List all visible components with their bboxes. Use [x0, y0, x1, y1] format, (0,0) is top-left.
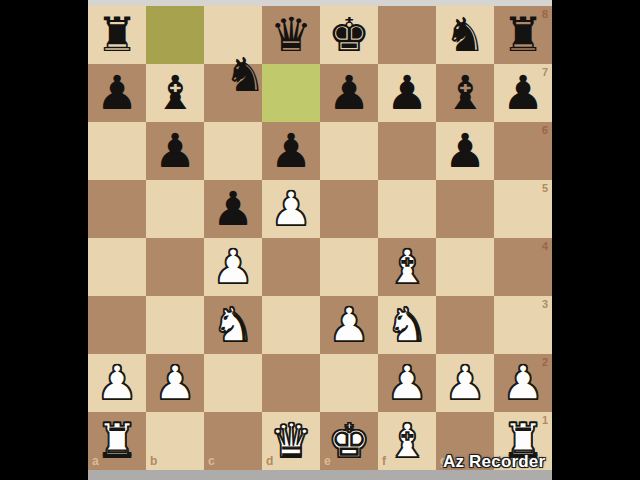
rank-label-5: 5 — [542, 183, 548, 194]
white-pawn[interactable]: ♟ — [212, 238, 254, 296]
square-h3[interactable]: 3 — [494, 296, 552, 354]
black-pawn[interactable]: ♟ — [212, 180, 254, 238]
square-g3[interactable] — [436, 296, 494, 354]
square-e5[interactable] — [320, 180, 378, 238]
white-pawn[interactable]: ♟ — [444, 354, 486, 412]
rank-label-4: 4 — [542, 241, 548, 252]
square-h5[interactable]: 5 — [494, 180, 552, 238]
file-label-f: f — [382, 456, 386, 467]
white-bishop[interactable]: ♝ — [386, 412, 428, 470]
square-a4[interactable] — [88, 238, 146, 296]
square-f7[interactable]: ♟ — [378, 64, 436, 122]
chess-board[interactable]: ♜♛♚♞8♜♟♝♟♟♝7♟♟♟♟6♟♟5♟♝4♞♟♞3♟♟♟♟2♟a♜bcd♛e… — [88, 6, 552, 470]
square-h6[interactable]: 6 — [494, 122, 552, 180]
square-f1[interactable]: f♝ — [378, 412, 436, 470]
square-e7[interactable]: ♟ — [320, 64, 378, 122]
file-label-e: e — [324, 456, 331, 467]
square-b5[interactable] — [146, 180, 204, 238]
square-f6[interactable] — [378, 122, 436, 180]
screen: ♜♛♚♞8♜♟♝♟♟♝7♟♟♟♟6♟♟5♟♝4♞♟♞3♟♟♟♟2♟a♜bcd♛e… — [0, 0, 640, 480]
square-e2[interactable] — [320, 354, 378, 412]
square-b3[interactable] — [146, 296, 204, 354]
black-pawn[interactable]: ♟ — [502, 64, 544, 122]
rank-label-2: 2 — [542, 357, 548, 368]
black-pawn[interactable]: ♟ — [154, 122, 196, 180]
square-b7[interactable]: ♝ — [146, 64, 204, 122]
black-knight[interactable]: ♞ — [444, 6, 486, 64]
square-a8[interactable]: ♜ — [88, 6, 146, 64]
square-g6[interactable]: ♟ — [436, 122, 494, 180]
square-e1[interactable]: e♚ — [320, 412, 378, 470]
square-a3[interactable] — [88, 296, 146, 354]
black-rook[interactable]: ♜ — [96, 6, 138, 64]
square-b4[interactable] — [146, 238, 204, 296]
white-knight[interactable]: ♞ — [386, 296, 428, 354]
square-g7[interactable]: ♝ — [436, 64, 494, 122]
square-b2[interactable]: ♟ — [146, 354, 204, 412]
rank-label-7: 7 — [542, 67, 548, 78]
white-knight[interactable]: ♞ — [212, 296, 254, 354]
rank-label-8: 8 — [542, 9, 548, 20]
file-label-c: c — [208, 456, 215, 467]
square-e8[interactable]: ♚ — [320, 6, 378, 64]
square-f2[interactable]: ♟ — [378, 354, 436, 412]
square-a2[interactable]: ♟ — [88, 354, 146, 412]
square-a1[interactable]: a♜ — [88, 412, 146, 470]
white-pawn[interactable]: ♟ — [270, 180, 312, 238]
rank-label-3: 3 — [542, 299, 548, 310]
white-pawn[interactable]: ♟ — [386, 354, 428, 412]
square-c6[interactable] — [204, 122, 262, 180]
square-g4[interactable] — [436, 238, 494, 296]
file-label-a: a — [92, 456, 99, 467]
square-f4[interactable]: ♝ — [378, 238, 436, 296]
file-label-b: b — [150, 456, 157, 467]
square-d4[interactable] — [262, 238, 320, 296]
white-pawn[interactable]: ♟ — [96, 354, 138, 412]
square-h4[interactable]: 4 — [494, 238, 552, 296]
square-a7[interactable]: ♟ — [88, 64, 146, 122]
black-pawn[interactable]: ♟ — [328, 64, 370, 122]
square-b1[interactable]: b — [146, 412, 204, 470]
square-f5[interactable] — [378, 180, 436, 238]
rank-label-1: 1 — [542, 415, 548, 426]
square-c1[interactable]: c — [204, 412, 262, 470]
black-rook[interactable]: ♜ — [502, 6, 544, 64]
white-pawn[interactable]: ♟ — [502, 354, 544, 412]
square-h2[interactable]: 2♟ — [494, 354, 552, 412]
square-b8[interactable] — [146, 6, 204, 64]
white-rook[interactable]: ♜ — [96, 412, 138, 470]
black-pawn[interactable]: ♟ — [96, 64, 138, 122]
square-f3[interactable]: ♞ — [378, 296, 436, 354]
square-d5[interactable]: ♟ — [262, 180, 320, 238]
white-queen[interactable]: ♛ — [270, 412, 312, 470]
square-f8[interactable] — [378, 6, 436, 64]
black-pawn[interactable]: ♟ — [386, 64, 428, 122]
square-g8[interactable]: ♞ — [436, 6, 494, 64]
square-d1[interactable]: d♛ — [262, 412, 320, 470]
square-d6[interactable]: ♟ — [262, 122, 320, 180]
square-c3[interactable]: ♞ — [204, 296, 262, 354]
black-queen[interactable]: ♛ — [270, 6, 312, 64]
black-knight: ♞ — [224, 46, 266, 104]
square-e4[interactable] — [320, 238, 378, 296]
square-c4[interactable]: ♟ — [204, 238, 262, 296]
white-pawn[interactable]: ♟ — [154, 354, 196, 412]
file-label-d: d — [266, 456, 273, 467]
recorder-watermark: Az Recorder — [443, 452, 545, 472]
animating-black-knight[interactable]: ♞ — [216, 46, 274, 104]
square-h7[interactable]: 7♟ — [494, 64, 552, 122]
square-a5[interactable] — [88, 180, 146, 238]
black-king[interactable]: ♚ — [328, 6, 370, 64]
square-b6[interactable]: ♟ — [146, 122, 204, 180]
square-e6[interactable] — [320, 122, 378, 180]
black-bishop[interactable]: ♝ — [154, 64, 196, 122]
rank-label-6: 6 — [542, 125, 548, 136]
black-pawn[interactable]: ♟ — [270, 122, 312, 180]
square-g2[interactable]: ♟ — [436, 354, 494, 412]
white-pawn[interactable]: ♟ — [328, 296, 370, 354]
square-g5[interactable] — [436, 180, 494, 238]
square-c5[interactable]: ♟ — [204, 180, 262, 238]
square-d3[interactable] — [262, 296, 320, 354]
white-king[interactable]: ♚ — [328, 412, 370, 470]
black-pawn[interactable]: ♟ — [444, 122, 486, 180]
square-a6[interactable] — [88, 122, 146, 180]
square-h8[interactable]: 8♜ — [494, 6, 552, 64]
black-bishop[interactable]: ♝ — [444, 64, 486, 122]
square-e3[interactable]: ♟ — [320, 296, 378, 354]
square-c2[interactable] — [204, 354, 262, 412]
white-bishop[interactable]: ♝ — [386, 238, 428, 296]
square-d2[interactable] — [262, 354, 320, 412]
